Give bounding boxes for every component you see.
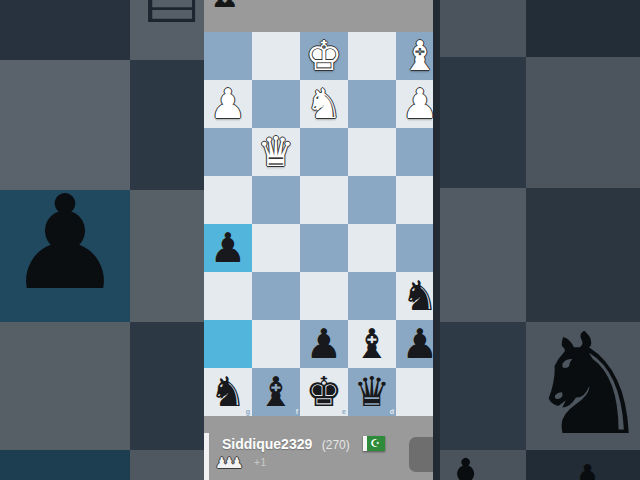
white-pawn-g2: ♟ bbox=[204, 80, 252, 128]
black-king-e8: ♚ bbox=[300, 368, 348, 416]
square-c2[interactable]: ♟ bbox=[396, 80, 436, 128]
square-g8[interactable]: ♞g bbox=[204, 368, 252, 416]
bg-square bbox=[526, 188, 640, 322]
strip-edge-shadow bbox=[433, 0, 440, 480]
blurred-background-left bbox=[0, 0, 204, 480]
white-queen-f3: ♛ bbox=[252, 128, 300, 176]
blurred-background-right bbox=[436, 0, 640, 480]
square-e7[interactable]: ♟ bbox=[300, 320, 348, 368]
square-c5[interactable] bbox=[396, 224, 436, 272]
square-g4[interactable] bbox=[204, 176, 252, 224]
square-e3[interactable] bbox=[300, 128, 348, 176]
opponent-captured-pieces: ♟♟ bbox=[212, 0, 230, 11]
bg-square bbox=[436, 188, 526, 322]
bg-square bbox=[0, 450, 130, 480]
chess-board[interactable]: ♚♝♟♞♟♛♟♞♟♝♟♞g♝f♚e♛dc bbox=[204, 32, 436, 416]
black-pawn-e7: ♟ bbox=[300, 320, 348, 368]
square-f6[interactable] bbox=[252, 272, 300, 320]
square-d1[interactable] bbox=[348, 32, 396, 80]
square-c6[interactable]: ♞ bbox=[396, 272, 436, 320]
coordinate-label-f: f bbox=[296, 408, 298, 415]
white-bishop-c1: ♝ bbox=[396, 32, 436, 80]
player-rating: (270) bbox=[322, 438, 350, 452]
coordinate-label-d: d bbox=[390, 408, 394, 415]
blurred-black-pawn-icon bbox=[566, 458, 609, 480]
square-c7[interactable]: ♟ bbox=[396, 320, 436, 368]
square-f1[interactable] bbox=[252, 32, 300, 80]
black-pawn-g5: ♟ bbox=[204, 224, 252, 272]
square-f4[interactable] bbox=[252, 176, 300, 224]
bg-square bbox=[436, 0, 526, 57]
screenshot-stage: ♟♟ ♚♝♟♞♟♛♟♞♟♝♟♞g♝f♚e♛dc Siddique2329 (27… bbox=[0, 0, 640, 480]
square-f7[interactable] bbox=[252, 320, 300, 368]
video-strip: ♟♟ ♚♝♟♞♟♛♟♞♟♝♟♞g♝f♚e♛dc Siddique2329 (27… bbox=[204, 0, 436, 480]
player-info: Siddique2329 (270) bbox=[222, 435, 385, 453]
bg-square bbox=[130, 190, 204, 322]
square-d8[interactable]: ♛d bbox=[348, 368, 396, 416]
blurred-black-pawn-icon bbox=[441, 452, 490, 480]
bg-square bbox=[0, 322, 130, 450]
square-g1[interactable] bbox=[204, 32, 252, 80]
square-d2[interactable] bbox=[348, 80, 396, 128]
bg-square bbox=[0, 0, 130, 60]
square-g3[interactable] bbox=[204, 128, 252, 176]
square-d5[interactable] bbox=[348, 224, 396, 272]
square-d3[interactable] bbox=[348, 128, 396, 176]
coordinate-label-g: g bbox=[246, 408, 250, 415]
black-knight-c6: ♞ bbox=[396, 272, 436, 320]
square-d6[interactable] bbox=[348, 272, 396, 320]
bg-square bbox=[130, 450, 204, 480]
blurred-black-pawn-icon bbox=[0, 178, 130, 308]
bg-square bbox=[130, 60, 204, 190]
black-queen-d8: ♛ bbox=[348, 368, 396, 416]
blurred-black-knight-icon bbox=[526, 315, 640, 455]
square-d7[interactable]: ♝ bbox=[348, 320, 396, 368]
captured-line: ♟♟♟ +1 bbox=[215, 454, 266, 476]
black-bishop-d7: ♝ bbox=[348, 320, 396, 368]
square-f8[interactable]: ♝f bbox=[252, 368, 300, 416]
square-g2[interactable]: ♟ bbox=[204, 80, 252, 128]
square-d4[interactable] bbox=[348, 176, 396, 224]
bg-square bbox=[436, 322, 526, 450]
material-advantage: +1 bbox=[254, 456, 267, 468]
ui-edge-strip bbox=[204, 433, 209, 480]
player-captured-pieces: ♟♟♟ bbox=[215, 454, 237, 472]
square-g6[interactable] bbox=[204, 272, 252, 320]
bg-square bbox=[436, 57, 526, 188]
square-e6[interactable] bbox=[300, 272, 348, 320]
coordinate-label-e: e bbox=[342, 408, 346, 415]
square-e5[interactable] bbox=[300, 224, 348, 272]
square-e1[interactable]: ♚ bbox=[300, 32, 348, 80]
player-name: Siddique2329 bbox=[222, 436, 312, 452]
opponent-bar-cropped: ♟♟ bbox=[204, 0, 436, 32]
white-knight-e2: ♞ bbox=[300, 80, 348, 128]
square-c8[interactable]: c bbox=[396, 368, 436, 416]
square-c4[interactable] bbox=[396, 176, 436, 224]
square-f5[interactable] bbox=[252, 224, 300, 272]
blurred-white-queen-icon bbox=[122, 0, 204, 48]
bottom-player-bar: Siddique2329 (270) ♟♟♟ +1 bbox=[204, 416, 436, 480]
white-king-e1: ♚ bbox=[300, 32, 348, 80]
square-c3[interactable] bbox=[396, 128, 436, 176]
square-f2[interactable] bbox=[252, 80, 300, 128]
square-e2[interactable]: ♞ bbox=[300, 80, 348, 128]
bg-square bbox=[526, 0, 640, 57]
square-e4[interactable] bbox=[300, 176, 348, 224]
black-bishop-f8: ♝ bbox=[252, 368, 300, 416]
bg-square bbox=[130, 322, 204, 450]
square-g5[interactable]: ♟ bbox=[204, 224, 252, 272]
pakistan-flag-icon bbox=[363, 436, 385, 451]
black-knight-g8: ♞ bbox=[204, 368, 252, 416]
square-g7[interactable] bbox=[204, 320, 252, 368]
white-pawn-c2: ♟ bbox=[396, 80, 436, 128]
square-e8[interactable]: ♚e bbox=[300, 368, 348, 416]
black-pawn-c7: ♟ bbox=[396, 320, 436, 368]
square-f3[interactable]: ♛ bbox=[252, 128, 300, 176]
bg-square bbox=[526, 57, 640, 188]
square-c1[interactable]: ♝ bbox=[396, 32, 436, 80]
